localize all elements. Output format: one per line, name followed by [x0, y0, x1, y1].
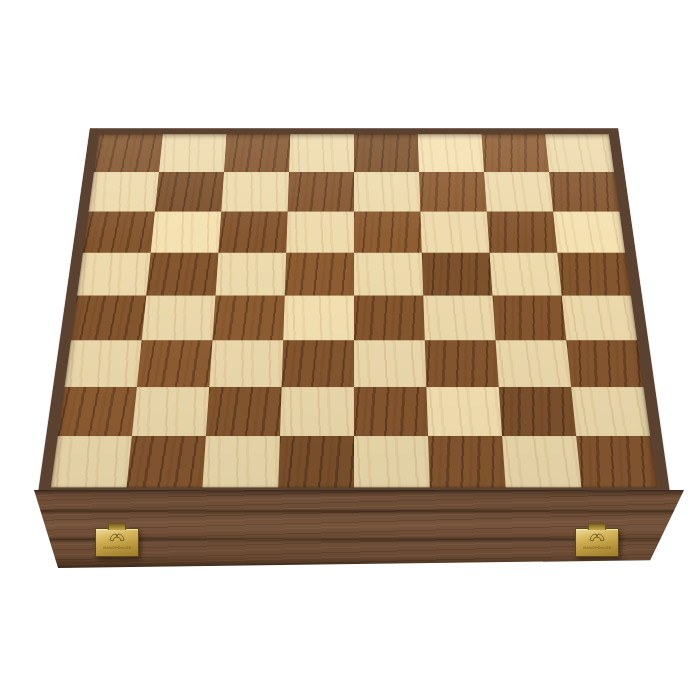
- square-g2[interactable]: [499, 387, 576, 436]
- square-d3[interactable]: [282, 340, 354, 387]
- square-g7[interactable]: [484, 172, 553, 211]
- square-e2[interactable]: [354, 387, 428, 436]
- square-e4[interactable]: [354, 296, 425, 341]
- square-c6[interactable]: [218, 212, 287, 253]
- square-b7[interactable]: [155, 172, 224, 211]
- brass-latch-left[interactable]: MANOPOULOS: [95, 528, 139, 557]
- square-d5[interactable]: [285, 253, 354, 296]
- square-h1[interactable]: [576, 436, 657, 487]
- square-c8[interactable]: [224, 134, 290, 172]
- square-e6[interactable]: [354, 212, 422, 253]
- square-g5[interactable]: [490, 253, 562, 296]
- square-f6[interactable]: [420, 212, 489, 253]
- brass-latch-right[interactable]: MANOPOULOS: [575, 528, 619, 557]
- square-d7[interactable]: [288, 172, 354, 211]
- square-c4[interactable]: [212, 296, 284, 341]
- square-b1[interactable]: [127, 436, 206, 487]
- square-a7[interactable]: [89, 172, 159, 211]
- square-g3[interactable]: [496, 340, 572, 387]
- case-front-panel: MANOPOULOS MANOPOULOS: [34, 490, 684, 568]
- square-f1[interactable]: [428, 436, 506, 487]
- square-b5[interactable]: [146, 253, 218, 296]
- square-a5[interactable]: [77, 253, 151, 296]
- square-h2[interactable]: [571, 387, 650, 436]
- square-d1[interactable]: [278, 436, 354, 487]
- chess-board: [38, 128, 670, 493]
- square-h3[interactable]: [566, 340, 643, 387]
- board-frame: [38, 128, 670, 493]
- square-a3[interactable]: [64, 340, 141, 387]
- square-b8[interactable]: [159, 134, 227, 172]
- square-c1[interactable]: [202, 436, 280, 487]
- square-f3[interactable]: [425, 340, 499, 387]
- square-f2[interactable]: [426, 387, 502, 436]
- square-h7[interactable]: [549, 172, 619, 211]
- square-h8[interactable]: [545, 134, 614, 172]
- square-f5[interactable]: [422, 253, 493, 296]
- square-d4[interactable]: [283, 296, 354, 341]
- square-d8[interactable]: [289, 134, 354, 172]
- manopoulos-logo-icon: MANOPOULOS: [96, 529, 138, 556]
- square-e1[interactable]: [354, 436, 430, 487]
- board-grid: [51, 134, 657, 487]
- square-d6[interactable]: [286, 212, 354, 253]
- square-b2[interactable]: [132, 387, 209, 436]
- latch-engraving-text: MANOPOULOS: [103, 546, 132, 550]
- square-a2[interactable]: [58, 387, 137, 436]
- square-h4[interactable]: [562, 296, 637, 341]
- square-e5[interactable]: [354, 253, 423, 296]
- manopoulos-logo-icon: MANOPOULOS: [576, 529, 618, 556]
- square-f8[interactable]: [418, 134, 484, 172]
- square-g4[interactable]: [492, 296, 566, 341]
- square-a6[interactable]: [83, 212, 155, 253]
- square-c3[interactable]: [209, 340, 283, 387]
- square-f7[interactable]: [419, 172, 487, 211]
- latch-engraving-text: MANOPOULOS: [583, 546, 612, 550]
- square-e3[interactable]: [354, 340, 426, 387]
- square-a4[interactable]: [71, 296, 146, 341]
- square-b3[interactable]: [137, 340, 213, 387]
- chess-case-product-photo: MANOPOULOS MANOPOULOS: [0, 0, 700, 700]
- square-b6[interactable]: [151, 212, 222, 253]
- square-b4[interactable]: [142, 296, 216, 341]
- square-e7[interactable]: [354, 172, 420, 211]
- square-d2[interactable]: [280, 387, 354, 436]
- square-a1[interactable]: [51, 436, 132, 487]
- square-h6[interactable]: [553, 212, 625, 253]
- square-g8[interactable]: [481, 134, 549, 172]
- square-f4[interactable]: [423, 296, 495, 341]
- square-c7[interactable]: [221, 172, 289, 211]
- square-g1[interactable]: [502, 436, 581, 487]
- square-c2[interactable]: [206, 387, 282, 436]
- square-h5[interactable]: [557, 253, 631, 296]
- square-c5[interactable]: [216, 253, 287, 296]
- square-e8[interactable]: [354, 134, 419, 172]
- square-a8[interactable]: [94, 134, 163, 172]
- square-g6[interactable]: [487, 212, 558, 253]
